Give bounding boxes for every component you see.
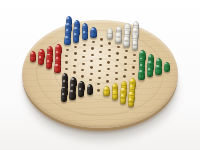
hole[interactable] <box>73 65 76 67</box>
hole[interactable] <box>65 61 68 63</box>
hole[interactable] <box>99 64 102 66</box>
hole[interactable] <box>83 44 86 46</box>
hole[interactable] <box>133 60 136 62</box>
hole[interactable] <box>116 52 119 54</box>
hole[interactable] <box>132 73 135 75</box>
hole[interactable] <box>81 75 84 77</box>
peg-red[interactable] <box>38 55 45 65</box>
peg-blue[interactable] <box>82 30 89 40</box>
hole[interactable] <box>108 49 111 51</box>
hole[interactable] <box>91 47 94 49</box>
hole[interactable] <box>107 68 110 70</box>
hole[interactable] <box>98 77 101 79</box>
hole[interactable] <box>99 58 102 60</box>
peg-blue[interactable] <box>90 27 97 37</box>
hole[interactable] <box>115 78 118 80</box>
peg-green[interactable] <box>155 64 162 74</box>
hole[interactable] <box>106 74 109 76</box>
peg-green[interactable] <box>164 62 171 72</box>
hole[interactable] <box>108 42 111 44</box>
hole[interactable] <box>73 71 76 73</box>
hole[interactable] <box>108 55 111 57</box>
peg-red[interactable] <box>46 59 53 69</box>
hole[interactable] <box>82 63 85 65</box>
hole[interactable] <box>124 63 127 65</box>
peg-yellow[interactable] <box>120 93 127 103</box>
hole[interactable] <box>92 41 95 43</box>
hole[interactable] <box>123 75 126 77</box>
hole[interactable] <box>133 54 136 56</box>
peg-blue[interactable] <box>73 32 80 42</box>
hole[interactable] <box>98 70 101 72</box>
hole[interactable] <box>83 50 86 52</box>
hole[interactable] <box>91 54 94 56</box>
peg-yellow[interactable] <box>112 89 119 99</box>
peg-green[interactable] <box>138 69 145 79</box>
peg-red[interactable] <box>54 63 61 73</box>
hole[interactable] <box>90 66 93 68</box>
peg-yellow[interactable] <box>103 86 110 96</box>
peg-white[interactable] <box>107 28 114 38</box>
hole[interactable] <box>107 61 110 63</box>
hole[interactable] <box>115 65 118 67</box>
peg-black[interactable] <box>78 87 85 97</box>
photo-background <box>0 0 200 150</box>
hole[interactable] <box>89 79 92 81</box>
hole[interactable] <box>106 80 109 82</box>
hole[interactable] <box>97 83 100 85</box>
hole[interactable] <box>65 55 68 57</box>
peg-white[interactable] <box>115 32 122 42</box>
hole[interactable] <box>90 60 93 62</box>
hole[interactable] <box>117 46 120 48</box>
hole[interactable] <box>82 56 85 58</box>
hole[interactable] <box>65 68 68 70</box>
hole[interactable] <box>116 59 119 61</box>
hole[interactable] <box>100 45 103 47</box>
peg-black[interactable] <box>87 84 94 94</box>
peg-green[interactable] <box>147 67 154 77</box>
peg-red[interactable] <box>30 51 37 61</box>
hole[interactable] <box>125 50 128 52</box>
hole[interactable] <box>74 59 77 61</box>
hole[interactable] <box>74 46 77 48</box>
peg-yellow[interactable] <box>128 97 135 107</box>
hole[interactable] <box>66 49 69 51</box>
hole[interactable] <box>81 69 84 71</box>
hole[interactable] <box>115 72 118 74</box>
hole[interactable] <box>132 66 135 68</box>
hole[interactable] <box>124 69 127 71</box>
hole[interactable] <box>99 51 102 53</box>
hole[interactable] <box>90 73 93 75</box>
peg-blue[interactable] <box>64 35 71 45</box>
peg-black[interactable] <box>61 92 68 102</box>
peg-white[interactable] <box>132 40 139 50</box>
peg-black[interactable] <box>69 89 76 99</box>
hole[interactable] <box>74 52 77 54</box>
hole[interactable] <box>97 89 100 91</box>
hole[interactable] <box>124 56 127 58</box>
hole[interactable] <box>100 38 103 40</box>
peg-field <box>0 0 200 150</box>
peg-white[interactable] <box>123 36 130 46</box>
